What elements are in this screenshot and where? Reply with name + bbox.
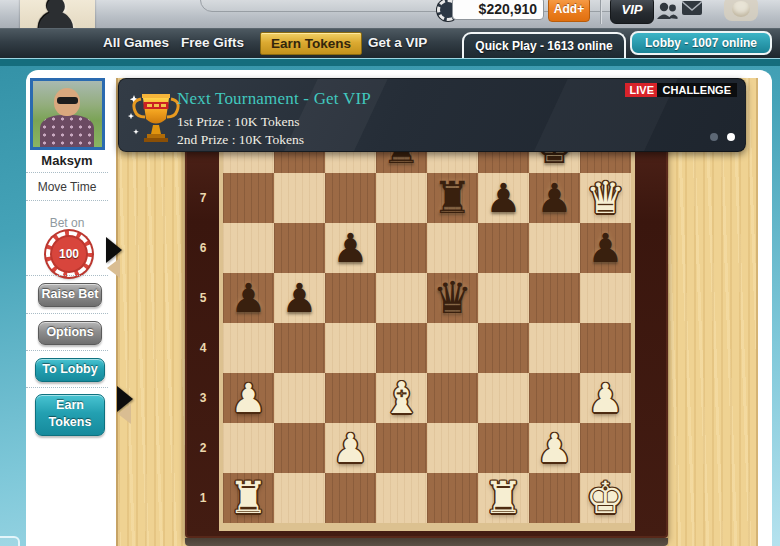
square-a7[interactable] bbox=[223, 173, 274, 223]
piece-white-bishop-d3[interactable]: ♝ bbox=[376, 373, 427, 423]
piece-white-pawn-g2[interactable]: ♟ bbox=[529, 423, 580, 473]
square-h4[interactable] bbox=[580, 323, 631, 373]
piece-black-pawn-g7[interactable]: ♟ bbox=[529, 173, 580, 223]
nav-get-a-vip[interactable]: Get a VIP bbox=[368, 35, 427, 50]
vip-button[interactable]: VIP bbox=[610, 0, 654, 24]
rank-label-4: 4 bbox=[192, 323, 214, 373]
rank-label-3: 3 bbox=[192, 373, 214, 423]
square-d1[interactable] bbox=[376, 473, 427, 523]
square-c7[interactable] bbox=[325, 173, 376, 223]
move-time-label: Move Time bbox=[20, 180, 114, 194]
square-g5[interactable] bbox=[529, 273, 580, 323]
square-f2[interactable] bbox=[478, 423, 529, 473]
avatar-shirt bbox=[40, 115, 94, 147]
square-e1[interactable] bbox=[427, 473, 478, 523]
square-d5[interactable] bbox=[376, 273, 427, 323]
raise-bet-button[interactable]: Raise Bet bbox=[38, 283, 102, 307]
top-bar: ♟ $220,910 Add+ VIP bbox=[0, 0, 780, 29]
nav-bar: All Games Free Gifts Earn Tokens Get a V… bbox=[0, 28, 780, 58]
square-f3[interactable] bbox=[478, 373, 529, 423]
expand-handle-arrow-icon[interactable] bbox=[107, 258, 120, 278]
square-g1[interactable] bbox=[529, 473, 580, 523]
bet-chip[interactable]: 100 bbox=[46, 231, 92, 277]
square-d6[interactable] bbox=[376, 223, 427, 273]
balance-display: $220,910 bbox=[452, 0, 544, 20]
challenge-badge: CHALLENGE bbox=[657, 83, 737, 97]
piece-white-pawn-h3[interactable]: ♟ bbox=[580, 373, 631, 423]
tournament-banner[interactable]: Next Tournament - Get VIP 1st Prize : 10… bbox=[118, 78, 746, 152]
nav-all-games[interactable]: All Games bbox=[103, 35, 169, 50]
square-a4[interactable] bbox=[223, 323, 274, 373]
live-badge: LIVE bbox=[625, 83, 659, 97]
piece-black-queen-e5[interactable]: ♛ bbox=[427, 273, 478, 323]
square-b1[interactable] bbox=[274, 473, 325, 523]
rank-label-5: 5 bbox=[192, 273, 214, 323]
square-d2[interactable] bbox=[376, 423, 427, 473]
rank-label-2: 2 bbox=[192, 423, 214, 473]
banner-prize-1: 1st Prize : 10K Tokens bbox=[177, 114, 300, 130]
tab-lobby[interactable]: Lobby - 1007 online bbox=[630, 31, 772, 55]
chess-board[interactable]: ♜♚♜♟♟♛♟♟♟♟♛♟♝♟♟♟♜♜♚ bbox=[223, 123, 631, 523]
square-g4[interactable] bbox=[529, 323, 580, 373]
friends-icon[interactable] bbox=[655, 0, 679, 26]
player-avatar[interactable] bbox=[30, 78, 105, 150]
carousel-dot-2[interactable] bbox=[727, 133, 735, 141]
square-a6[interactable] bbox=[223, 223, 274, 273]
piece-white-rook-f1[interactable]: ♜ bbox=[478, 473, 529, 523]
tab-quick-play[interactable]: Quick Play - 1613 online bbox=[462, 32, 626, 59]
piece-white-pawn-c2[interactable]: ♟ bbox=[325, 423, 376, 473]
square-c1[interactable] bbox=[325, 473, 376, 523]
square-b7[interactable] bbox=[274, 173, 325, 223]
piece-black-pawn-h6[interactable]: ♟ bbox=[580, 223, 631, 273]
rank-label-1: 1 bbox=[192, 473, 214, 523]
topbar-divider bbox=[600, 0, 601, 24]
square-d4[interactable] bbox=[376, 323, 427, 373]
options-button[interactable]: Options bbox=[38, 321, 102, 345]
banner-title[interactable]: Next Tournament - Get VIP bbox=[177, 89, 371, 109]
lion-avatar-icon-disabled[interactable] bbox=[724, 0, 758, 21]
square-e4[interactable] bbox=[427, 323, 478, 373]
bet-on-label: Bet on bbox=[20, 216, 114, 230]
trophy-icon bbox=[127, 87, 181, 149]
square-e2[interactable] bbox=[427, 423, 478, 473]
square-b3[interactable] bbox=[274, 373, 325, 423]
messages-icon[interactable] bbox=[681, 0, 703, 22]
piece-white-pawn-a3[interactable]: ♟ bbox=[223, 373, 274, 423]
carousel-dots[interactable] bbox=[705, 127, 735, 145]
square-g3[interactable] bbox=[529, 373, 580, 423]
square-f4[interactable] bbox=[478, 323, 529, 373]
to-lobby-button[interactable]: To Lobby bbox=[35, 358, 105, 382]
square-b6[interactable] bbox=[274, 223, 325, 273]
square-e6[interactable] bbox=[427, 223, 478, 273]
rank-label-6: 6 bbox=[192, 223, 214, 273]
square-d7[interactable] bbox=[376, 173, 427, 223]
piece-white-queen-h7[interactable]: ♛ bbox=[580, 173, 631, 223]
game-page: ♟ $220,910 Add+ VIP All Games Free Gifts… bbox=[0, 0, 780, 546]
content-top-border bbox=[0, 58, 780, 66]
piece-black-pawn-b5[interactable]: ♟ bbox=[274, 273, 325, 323]
square-b2[interactable] bbox=[274, 423, 325, 473]
avatar-sunglasses bbox=[57, 97, 78, 104]
piece-black-pawn-f7[interactable]: ♟ bbox=[478, 173, 529, 223]
square-c4[interactable] bbox=[325, 323, 376, 373]
square-f6[interactable] bbox=[478, 223, 529, 273]
square-f5[interactable] bbox=[478, 273, 529, 323]
square-c5[interactable] bbox=[325, 273, 376, 323]
square-b4[interactable] bbox=[274, 323, 325, 373]
add-funds-button[interactable]: Add+ bbox=[548, 0, 590, 22]
square-c3[interactable] bbox=[325, 373, 376, 423]
square-h2[interactable] bbox=[580, 423, 631, 473]
carousel-dot-1[interactable] bbox=[710, 133, 718, 141]
piece-black-pawn-c6[interactable]: ♟ bbox=[325, 223, 376, 273]
nav-free-gifts[interactable]: Free Gifts bbox=[181, 35, 244, 50]
board-bottom-shadow bbox=[185, 538, 668, 546]
piece-white-king-h1[interactable]: ♚ bbox=[580, 473, 631, 523]
piece-white-rook-a1[interactable]: ♜ bbox=[223, 473, 274, 523]
square-e3[interactable] bbox=[427, 373, 478, 423]
nav-earn-tokens[interactable]: Earn Tokens bbox=[260, 32, 362, 55]
piece-black-pawn-a5[interactable]: ♟ bbox=[223, 273, 274, 323]
square-h5[interactable] bbox=[580, 273, 631, 323]
player-username: Maksym bbox=[20, 153, 114, 168]
square-g6[interactable] bbox=[529, 223, 580, 273]
earn-tokens-button[interactable]: Earn Tokens bbox=[35, 394, 105, 436]
square-a2[interactable] bbox=[223, 423, 274, 473]
rank-label-7: 7 bbox=[192, 173, 214, 223]
expand-handle-arrow-icon[interactable] bbox=[118, 404, 131, 424]
cutoff-corner-widget[interactable] bbox=[0, 536, 20, 546]
piece-black-rook-e7[interactable]: ♜ bbox=[427, 173, 478, 223]
banner-prize-2: 2nd Prize : 10K Tokens bbox=[177, 132, 304, 148]
